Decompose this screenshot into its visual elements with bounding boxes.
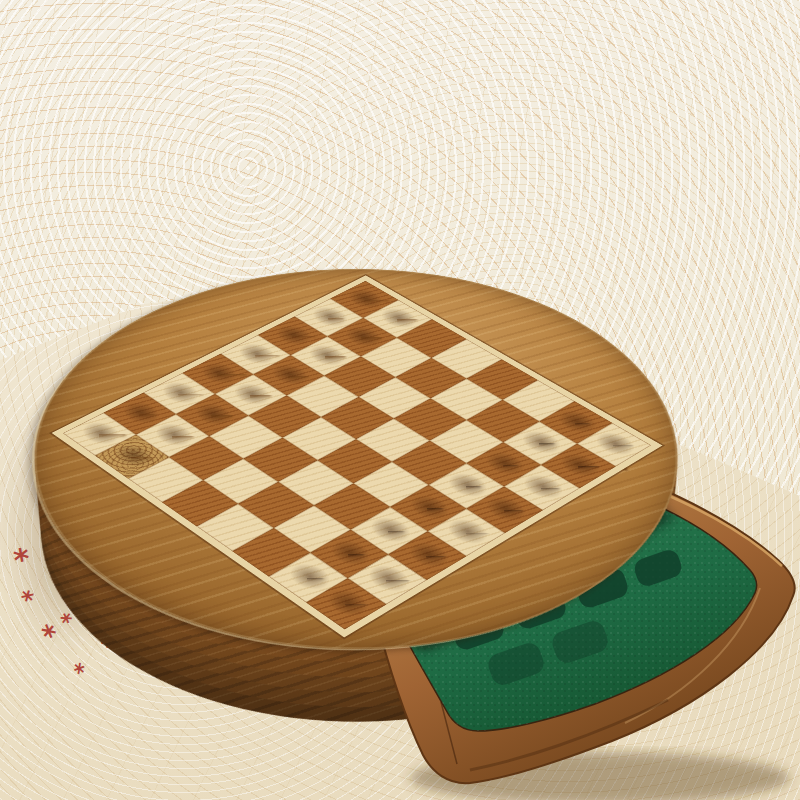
piece-black-rook: ♜	[310, 518, 382, 618]
piece-white-pawn: ♟	[101, 384, 162, 469]
chess-set-product-photo: *******	[0, 0, 800, 800]
